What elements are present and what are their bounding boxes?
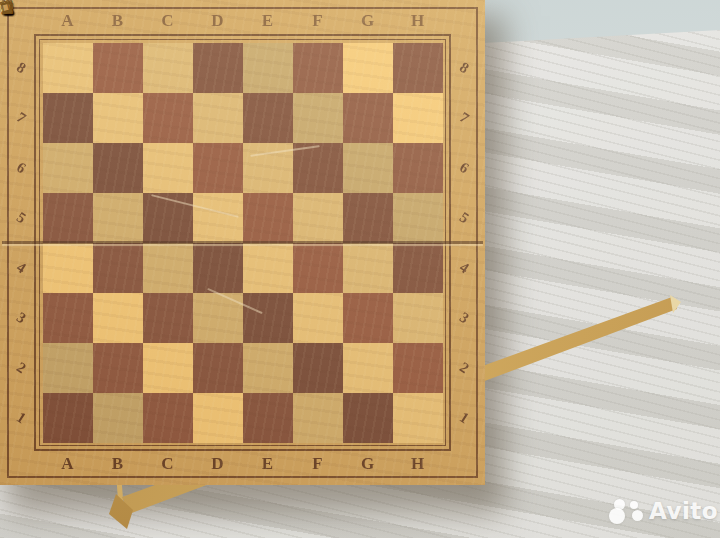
rank-label-right-3: 3 [456, 308, 472, 326]
square-g6 [343, 143, 393, 193]
square-h5 [393, 193, 443, 243]
rank-label-right-4: 4 [456, 258, 472, 276]
square-f2 [293, 343, 343, 393]
file-label-top-g: G [361, 11, 374, 31]
square-e3 [243, 293, 293, 343]
square-e2 [243, 343, 293, 393]
file-label-bottom-f: F [312, 454, 322, 474]
file-label-top-a: A [61, 11, 73, 31]
file-label-top-b: B [112, 11, 123, 31]
square-h6 [393, 143, 443, 193]
file-label-bottom-a: A [61, 454, 73, 474]
square-b5 [93, 193, 143, 243]
square-c1 [143, 393, 193, 443]
watermark-text: Avito [649, 498, 718, 524]
square-g5 [343, 193, 393, 243]
rank-label-left-1: 1 [13, 408, 29, 426]
file-label-top-e: E [262, 11, 273, 31]
square-b6 [93, 143, 143, 193]
rank-label-left-7: 7 [13, 108, 29, 126]
square-b4 [93, 243, 143, 293]
rank-label-left-6: 6 [13, 158, 29, 176]
square-e5 [243, 193, 293, 243]
square-f1 [293, 393, 343, 443]
file-label-bottom-h: H [411, 454, 424, 474]
file-label-top-d: D [211, 11, 223, 31]
square-a1 [43, 393, 93, 443]
square-f4 [293, 243, 343, 293]
file-label-top-c: C [161, 11, 173, 31]
square-f3 [293, 293, 343, 343]
file-label-bottom-b: B [112, 454, 123, 474]
square-f8 [293, 43, 343, 93]
rank-label-left-5: 5 [13, 208, 29, 226]
rank-label-right-2: 2 [456, 358, 472, 376]
square-h1 [393, 393, 443, 443]
square-a8 [43, 43, 93, 93]
file-label-top-h: H [411, 11, 424, 31]
square-e4 [243, 243, 293, 293]
square-d4 [193, 243, 243, 293]
file-label-bottom-c: C [161, 454, 173, 474]
square-d2 [193, 343, 243, 393]
square-c2 [143, 343, 193, 393]
square-c3 [143, 293, 193, 343]
square-a6 [43, 143, 93, 193]
rank-label-left-2: 2 [13, 358, 29, 376]
file-label-bottom-e: E [262, 454, 273, 474]
square-a2 [43, 343, 93, 393]
square-h2 [393, 343, 443, 393]
scene: AABBCCDDEEFFGGHH8877665544332211 ♜♞♝♛♚♝♞… [0, 0, 720, 538]
square-f7 [293, 93, 343, 143]
square-a7 [43, 93, 93, 143]
square-h3 [393, 293, 443, 343]
square-g7 [343, 93, 393, 143]
square-e1 [243, 393, 293, 443]
square-g4 [343, 243, 393, 293]
square-g8 [343, 43, 393, 93]
rank-label-right-5: 5 [456, 208, 472, 226]
square-d5 [193, 193, 243, 243]
square-h8 [393, 43, 443, 93]
chess-board: AABBCCDDEEFFGGHH8877665544332211 [0, 0, 485, 485]
square-c8 [143, 43, 193, 93]
square-f6 [293, 143, 343, 193]
file-label-bottom-g: G [361, 454, 374, 474]
file-label-bottom-d: D [211, 454, 223, 474]
square-c4 [143, 243, 193, 293]
square-h4 [393, 243, 443, 293]
rank-label-right-6: 6 [456, 158, 472, 176]
square-g1 [343, 393, 393, 443]
square-d6 [193, 143, 243, 193]
avito-watermark: Avito [608, 495, 718, 527]
rank-label-left-4: 4 [13, 258, 29, 276]
rank-label-right-8: 8 [456, 58, 472, 76]
square-g3 [343, 293, 393, 343]
square-f5 [293, 193, 343, 243]
square-c6 [143, 143, 193, 193]
rank-label-left-3: 3 [13, 308, 29, 326]
square-b1 [93, 393, 143, 443]
square-c7 [143, 93, 193, 143]
square-g2 [343, 343, 393, 393]
file-label-top-f: F [312, 11, 322, 31]
rank-label-right-1: 1 [456, 408, 472, 426]
square-d7 [193, 93, 243, 143]
square-e7 [243, 93, 293, 143]
avito-logo-icon [608, 496, 645, 526]
square-b2 [93, 343, 143, 393]
square-a3 [43, 293, 93, 343]
square-b8 [93, 43, 143, 93]
square-b3 [93, 293, 143, 343]
rank-label-left-8: 8 [13, 58, 29, 76]
square-e8 [243, 43, 293, 93]
rank-label-right-7: 7 [456, 108, 472, 126]
square-a4 [43, 243, 93, 293]
square-b7 [93, 93, 143, 143]
square-d8 [193, 43, 243, 93]
board-fold-seam [2, 241, 483, 244]
square-d1 [193, 393, 243, 443]
square-a5 [43, 193, 93, 243]
square-h7 [393, 93, 443, 143]
